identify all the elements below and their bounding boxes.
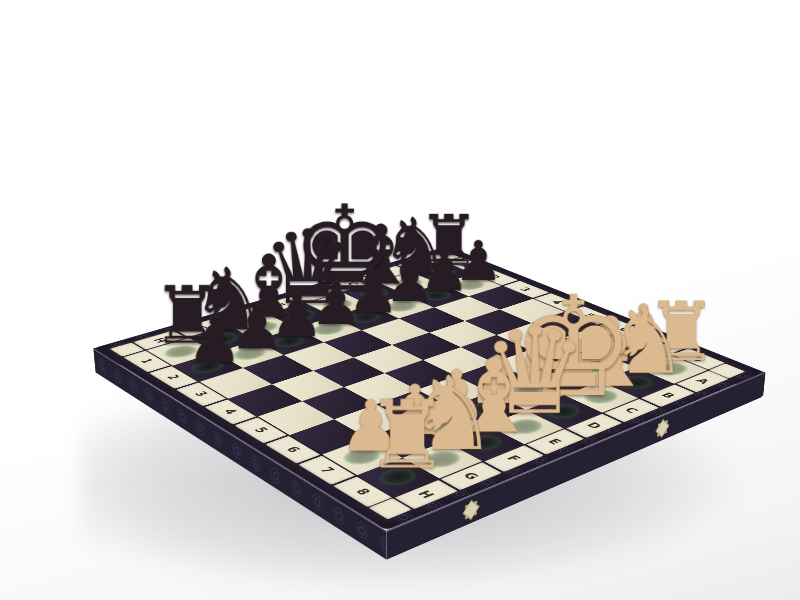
piece-light-rook: ♜ — [365, 388, 450, 482]
clasp-icon — [462, 495, 480, 524]
board-grid: ♜♞♝♛♚♝♞♜♟♟♟♟♟♟♟♟♟♟♟♟♟♟♟♟♜♞♝♛♚♝♞♜ — [147, 262, 708, 497]
clasp-icon — [654, 415, 670, 441]
piece-dark-pawn: ♟ — [187, 309, 243, 371]
scene: HGFEDCBA HGFEDCBA 12345678 12345678 ♜♞♝♛… — [0, 0, 800, 600]
chess-board: HGFEDCBA HGFEDCBA 12345678 12345678 ♜♞♝♛… — [93, 246, 764, 530]
